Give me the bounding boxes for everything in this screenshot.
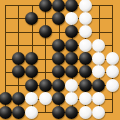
- black-stone: [52, 0, 65, 12]
- black-stone: [39, 79, 52, 92]
- black-stone: [12, 92, 25, 105]
- black-stone: [52, 12, 65, 25]
- white-stone: [106, 52, 119, 65]
- white-stone: [106, 79, 119, 92]
- black-stone: [0, 106, 12, 119]
- black-stone: [65, 106, 78, 119]
- black-stone: [39, 25, 52, 38]
- black-stone: [92, 79, 105, 92]
- white-stone: [25, 106, 38, 119]
- black-stone: [79, 79, 92, 92]
- white-stone: [79, 0, 92, 12]
- black-stone: [0, 92, 12, 105]
- black-stone: [79, 52, 92, 65]
- white-stone: [92, 39, 105, 52]
- white-stone: [106, 65, 119, 78]
- black-stone: [39, 0, 52, 12]
- black-stone: [12, 52, 25, 65]
- white-stone: [79, 92, 92, 105]
- white-stone: [39, 92, 52, 105]
- white-stone: [79, 39, 92, 52]
- black-stone: [52, 52, 65, 65]
- white-stone: [79, 25, 92, 38]
- go-board[interactable]: [0, 0, 120, 120]
- black-stone: [52, 39, 65, 52]
- black-stone: [65, 39, 78, 52]
- white-stone: [92, 106, 105, 119]
- black-stone: [52, 79, 65, 92]
- black-stone: [25, 79, 38, 92]
- white-stone: [79, 12, 92, 25]
- black-stone: [52, 106, 65, 119]
- white-stone: [79, 106, 92, 119]
- black-stone: [12, 106, 25, 119]
